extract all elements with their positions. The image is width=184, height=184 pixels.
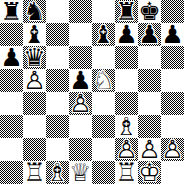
piece-black-knight[interactable]: ♞ xyxy=(23,0,46,23)
square-a6[interactable]: ♟ xyxy=(0,46,23,69)
square-b2[interactable] xyxy=(23,138,46,161)
square-h8[interactable] xyxy=(161,0,184,23)
square-d1[interactable]: ♛♕ xyxy=(69,161,92,184)
piece-white-rook[interactable]: ♜ xyxy=(115,161,138,184)
square-c3[interactable] xyxy=(46,115,69,138)
chess-board: ♜♞♜♚♝♝♟♟♟♟♛♟♙♟♞♘♟♙♝♗♟♙♟♙♟♙♜♖♝♗♛♕♜♖♚♔ xyxy=(0,0,184,184)
square-d3[interactable] xyxy=(69,115,92,138)
piece-white-pawn[interactable]: ♟ xyxy=(138,138,161,161)
piece-white-bishop[interactable]: ♝ xyxy=(115,115,138,138)
piece-white-pawn[interactable]: ♟ xyxy=(115,138,138,161)
square-c5[interactable] xyxy=(46,69,69,92)
piece-black-pawn[interactable]: ♟ xyxy=(161,23,184,46)
square-c4[interactable] xyxy=(46,92,69,115)
piece-outline: ♗ xyxy=(46,161,69,184)
piece-outline: ♘ xyxy=(92,69,115,92)
piece-black-pawn[interactable]: ♟ xyxy=(138,23,161,46)
square-d6[interactable] xyxy=(69,46,92,69)
square-e4[interactable] xyxy=(92,92,115,115)
square-h6[interactable] xyxy=(161,46,184,69)
square-g2[interactable]: ♟♙ xyxy=(138,138,161,161)
piece-outline: ♙ xyxy=(115,138,138,161)
square-c6[interactable] xyxy=(46,46,69,69)
square-f2[interactable]: ♟♙ xyxy=(115,138,138,161)
piece-outline: ♙ xyxy=(161,138,184,161)
square-f5[interactable] xyxy=(115,69,138,92)
square-h3[interactable] xyxy=(161,115,184,138)
square-g8[interactable]: ♚ xyxy=(138,0,161,23)
square-b4[interactable] xyxy=(23,92,46,115)
piece-white-pawn[interactable]: ♟ xyxy=(69,92,92,115)
piece-white-pawn[interactable]: ♟ xyxy=(23,69,46,92)
square-c7[interactable] xyxy=(46,23,69,46)
square-c8[interactable] xyxy=(46,0,69,23)
piece-black-pawn[interactable]: ♟ xyxy=(115,23,138,46)
square-e1[interactable] xyxy=(92,161,115,184)
piece-white-bishop[interactable]: ♝ xyxy=(46,161,69,184)
square-e5[interactable]: ♞♘ xyxy=(92,69,115,92)
square-b3[interactable] xyxy=(23,115,46,138)
square-d2[interactable] xyxy=(69,138,92,161)
piece-white-knight[interactable]: ♞ xyxy=(92,69,115,92)
square-b5[interactable]: ♟♙ xyxy=(23,69,46,92)
piece-black-rook[interactable]: ♜ xyxy=(0,0,23,23)
piece-outline: ♗ xyxy=(115,115,138,138)
square-a3[interactable] xyxy=(0,115,23,138)
piece-white-pawn[interactable]: ♟ xyxy=(161,138,184,161)
piece-black-rook[interactable]: ♜ xyxy=(115,0,138,23)
square-g1[interactable]: ♚♔ xyxy=(138,161,161,184)
piece-black-bishop[interactable]: ♝ xyxy=(92,23,115,46)
piece-white-queen[interactable]: ♛ xyxy=(69,161,92,184)
square-g6[interactable] xyxy=(138,46,161,69)
square-f8[interactable]: ♜ xyxy=(115,0,138,23)
piece-outline: ♔ xyxy=(138,161,161,184)
piece-outline: ♙ xyxy=(138,138,161,161)
square-e2[interactable] xyxy=(92,138,115,161)
square-h1[interactable] xyxy=(161,161,184,184)
square-h4[interactable] xyxy=(161,92,184,115)
square-h5[interactable] xyxy=(161,69,184,92)
square-d4[interactable]: ♟♙ xyxy=(69,92,92,115)
square-d5[interactable]: ♟ xyxy=(69,69,92,92)
square-f3[interactable]: ♝♗ xyxy=(115,115,138,138)
square-b1[interactable]: ♜♖ xyxy=(23,161,46,184)
square-b7[interactable]: ♝ xyxy=(23,23,46,46)
square-a5[interactable] xyxy=(0,69,23,92)
square-e8[interactable] xyxy=(92,0,115,23)
square-d7[interactable] xyxy=(69,23,92,46)
piece-outline: ♖ xyxy=(115,161,138,184)
piece-outline: ♖ xyxy=(23,161,46,184)
piece-black-pawn[interactable]: ♟ xyxy=(69,69,92,92)
square-e6[interactable] xyxy=(92,46,115,69)
square-f1[interactable]: ♜♖ xyxy=(115,161,138,184)
piece-white-rook[interactable]: ♜ xyxy=(23,161,46,184)
square-c2[interactable] xyxy=(46,138,69,161)
square-a1[interactable] xyxy=(0,161,23,184)
piece-white-king[interactable]: ♚ xyxy=(138,161,161,184)
square-g3[interactable] xyxy=(138,115,161,138)
piece-black-bishop[interactable]: ♝ xyxy=(23,23,46,46)
square-b6[interactable]: ♛ xyxy=(23,46,46,69)
square-h2[interactable]: ♟♙ xyxy=(161,138,184,161)
square-g7[interactable]: ♟ xyxy=(138,23,161,46)
square-e7[interactable]: ♝ xyxy=(92,23,115,46)
square-g5[interactable] xyxy=(138,69,161,92)
piece-outline: ♙ xyxy=(69,92,92,115)
square-c1[interactable]: ♝♗ xyxy=(46,161,69,184)
square-h7[interactable]: ♟ xyxy=(161,23,184,46)
square-g4[interactable] xyxy=(138,92,161,115)
square-f7[interactable]: ♟ xyxy=(115,23,138,46)
square-a7[interactable] xyxy=(0,23,23,46)
square-a8[interactable]: ♜ xyxy=(0,0,23,23)
square-b8[interactable]: ♞ xyxy=(23,0,46,23)
piece-outline: ♕ xyxy=(69,161,92,184)
square-a4[interactable] xyxy=(0,92,23,115)
piece-outline: ♙ xyxy=(23,69,46,92)
square-d8[interactable] xyxy=(69,0,92,23)
piece-black-pawn[interactable]: ♟ xyxy=(0,46,23,69)
square-e3[interactable] xyxy=(92,115,115,138)
square-a2[interactable] xyxy=(0,138,23,161)
piece-black-king[interactable]: ♚ xyxy=(138,0,161,23)
piece-black-queen[interactable]: ♛ xyxy=(23,46,46,69)
square-f4[interactable] xyxy=(115,92,138,115)
square-f6[interactable] xyxy=(115,46,138,69)
